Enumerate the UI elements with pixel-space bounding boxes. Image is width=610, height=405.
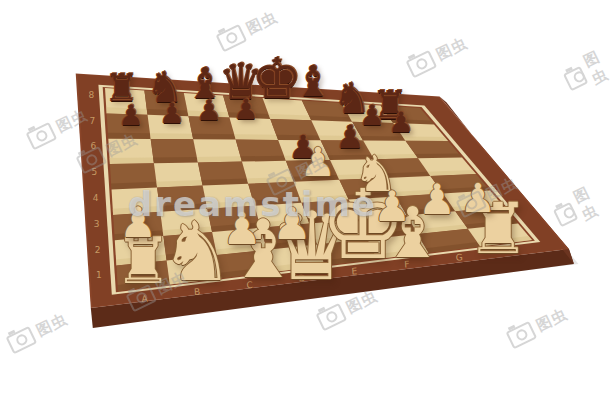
rank-label-1: 1 <box>96 270 102 280</box>
file-label-d: D <box>298 273 306 283</box>
file-label-e: E <box>351 266 358 276</box>
file-label-f: F <box>404 259 410 269</box>
chessboard-photo: ABCDEFGH12345678 ♜♞♝♛♚♝♞♜♟♟♟♟♟♟♟♟♜♞♝♛♚♝♜… <box>0 0 610 405</box>
rank-label-3: 3 <box>94 219 100 229</box>
rank-label-7: 7 <box>89 116 95 126</box>
stock-watermark-text: dreamstime <box>128 184 377 224</box>
file-label-g: G <box>455 252 463 262</box>
rank-label-2: 2 <box>95 245 101 255</box>
file-label-b: B <box>194 287 201 297</box>
file-label-h: H <box>508 245 515 255</box>
rank-label-5: 5 <box>92 167 98 177</box>
rank-label-6: 6 <box>91 141 97 151</box>
file-label-c: C <box>246 280 253 290</box>
rank-label-8: 8 <box>88 90 94 100</box>
rank-label-4: 4 <box>93 193 99 203</box>
